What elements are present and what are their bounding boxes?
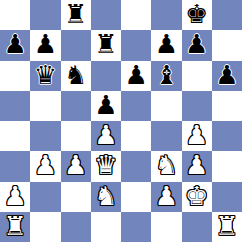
black-pawn-g7[interactable]: ♟ — [185, 31, 208, 57]
white-pawn-c3[interactable]: ♟ — [64, 152, 87, 178]
square-g2[interactable]: ♚ — [182, 182, 212, 212]
square-d7[interactable]: ♜ — [91, 30, 121, 60]
square-b1[interactable] — [30, 212, 60, 242]
square-g4[interactable]: ♟ — [182, 121, 212, 151]
square-g5[interactable] — [182, 91, 212, 121]
square-g8[interactable]: ♚ — [182, 0, 212, 30]
white-pawn-b3[interactable]: ♟ — [34, 152, 57, 178]
square-b7[interactable]: ♟ — [30, 30, 60, 60]
square-d1[interactable] — [91, 212, 121, 242]
black-pawn-d5[interactable]: ♟ — [94, 92, 117, 118]
square-h7[interactable] — [212, 30, 242, 60]
square-b2[interactable] — [30, 182, 60, 212]
white-pawn-d4[interactable]: ♟ — [94, 122, 117, 148]
square-a2[interactable]: ♟ — [0, 182, 30, 212]
square-b5[interactable] — [30, 91, 60, 121]
square-g3[interactable]: ♟ — [182, 151, 212, 181]
black-king-g8[interactable]: ♚ — [185, 1, 208, 27]
black-rook-d7[interactable]: ♜ — [94, 31, 117, 57]
white-pawn-a2[interactable]: ♟ — [3, 183, 26, 209]
square-f1[interactable] — [151, 212, 181, 242]
white-knight-d2[interactable]: ♞ — [94, 183, 117, 209]
square-h2[interactable] — [212, 182, 242, 212]
black-pawn-a7[interactable]: ♟ — [3, 31, 26, 57]
square-c4[interactable] — [61, 121, 91, 151]
black-queen-b6[interactable]: ♛ — [34, 62, 57, 88]
square-g6[interactable] — [182, 61, 212, 91]
black-pawn-f7[interactable]: ♟ — [155, 31, 178, 57]
square-e8[interactable] — [121, 0, 151, 30]
white-king-g2[interactable]: ♚ — [185, 183, 208, 209]
square-h8[interactable] — [212, 0, 242, 30]
square-a7[interactable]: ♟ — [0, 30, 30, 60]
square-h5[interactable] — [212, 91, 242, 121]
square-e1[interactable] — [121, 212, 151, 242]
square-d6[interactable] — [91, 61, 121, 91]
square-g7[interactable]: ♟ — [182, 30, 212, 60]
square-f6[interactable]: ♝ — [151, 61, 181, 91]
square-e5[interactable] — [121, 91, 151, 121]
white-queen-d3[interactable]: ♛ — [94, 152, 117, 178]
square-c1[interactable] — [61, 212, 91, 242]
white-pawn-g4[interactable]: ♟ — [185, 122, 208, 148]
square-e7[interactable] — [121, 30, 151, 60]
square-a6[interactable] — [0, 61, 30, 91]
square-a8[interactable] — [0, 0, 30, 30]
square-a1[interactable]: ♜ — [0, 212, 30, 242]
square-d2[interactable]: ♞ — [91, 182, 121, 212]
square-b6[interactable]: ♛ — [30, 61, 60, 91]
square-c8[interactable]: ♜ — [61, 0, 91, 30]
square-h4[interactable] — [212, 121, 242, 151]
white-pawn-g3[interactable]: ♟ — [185, 152, 208, 178]
square-f3[interactable]: ♞ — [151, 151, 181, 181]
square-f5[interactable] — [151, 91, 181, 121]
square-f2[interactable]: ♟ — [151, 182, 181, 212]
square-e6[interactable]: ♟ — [121, 61, 151, 91]
square-c2[interactable] — [61, 182, 91, 212]
black-pawn-h6[interactable]: ♟ — [215, 62, 238, 88]
white-rook-a1[interactable]: ♜ — [3, 213, 26, 239]
square-e2[interactable] — [121, 182, 151, 212]
square-g1[interactable] — [182, 212, 212, 242]
square-f8[interactable] — [151, 0, 181, 30]
square-h6[interactable]: ♟ — [212, 61, 242, 91]
white-pawn-f2[interactable]: ♟ — [155, 183, 178, 209]
square-b8[interactable] — [30, 0, 60, 30]
black-pawn-b7[interactable]: ♟ — [34, 31, 57, 57]
square-b3[interactable]: ♟ — [30, 151, 60, 181]
square-h3[interactable] — [212, 151, 242, 181]
black-bishop-f6[interactable]: ♝ — [155, 62, 178, 88]
square-d5[interactable]: ♟ — [91, 91, 121, 121]
square-f7[interactable]: ♟ — [151, 30, 181, 60]
square-c7[interactable] — [61, 30, 91, 60]
square-a4[interactable] — [0, 121, 30, 151]
square-d8[interactable] — [91, 0, 121, 30]
square-e4[interactable] — [121, 121, 151, 151]
white-knight-f3[interactable]: ♞ — [155, 152, 178, 178]
square-a3[interactable] — [0, 151, 30, 181]
square-a5[interactable] — [0, 91, 30, 121]
square-h1[interactable]: ♜ — [212, 212, 242, 242]
chess-board: ♜♚♟♟♜♟♟♛♞♟♝♟♟♟♟♟♟♛♞♟♟♞♟♚♜♜ — [0, 0, 242, 242]
black-knight-c6[interactable]: ♞ — [64, 62, 87, 88]
white-rook-h1[interactable]: ♜ — [215, 213, 238, 239]
square-c6[interactable]: ♞ — [61, 61, 91, 91]
square-d4[interactable]: ♟ — [91, 121, 121, 151]
black-rook-c8[interactable]: ♜ — [64, 1, 87, 27]
black-pawn-e6[interactable]: ♟ — [124, 62, 147, 88]
square-f4[interactable] — [151, 121, 181, 151]
square-d3[interactable]: ♛ — [91, 151, 121, 181]
square-b4[interactable] — [30, 121, 60, 151]
square-c3[interactable]: ♟ — [61, 151, 91, 181]
square-c5[interactable] — [61, 91, 91, 121]
square-e3[interactable] — [121, 151, 151, 181]
